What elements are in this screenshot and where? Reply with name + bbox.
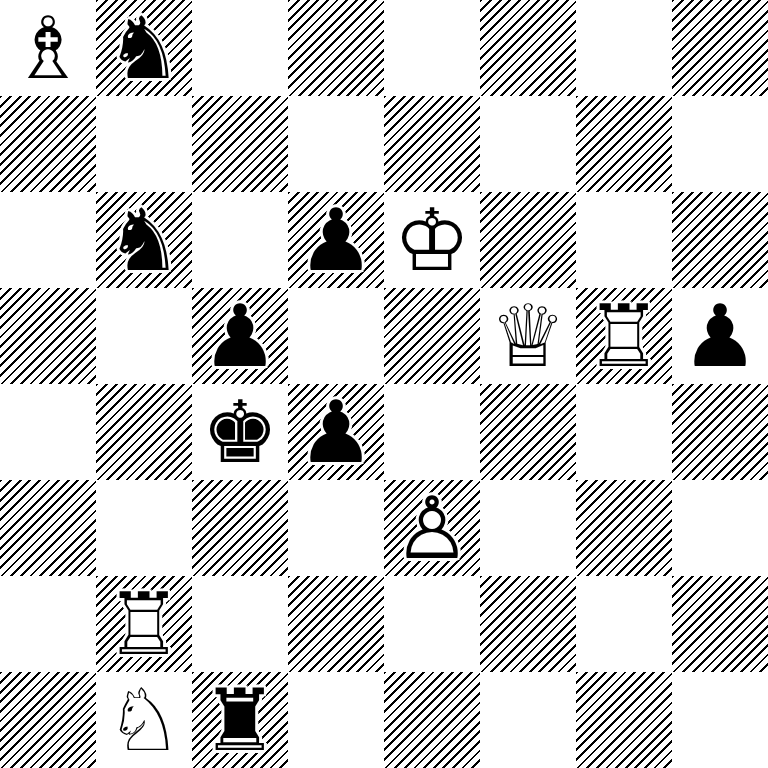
piece-black-king-c4: ♚♚ — [192, 384, 288, 480]
square-h5[interactable]: ♟♟ — [672, 288, 768, 384]
piece-black-knight-b6: ♞♞ — [96, 192, 192, 288]
square-g3[interactable] — [576, 480, 672, 576]
square-e3[interactable]: ♟♙ — [384, 480, 480, 576]
square-d2[interactable] — [288, 576, 384, 672]
piece-black-pawn-h5: ♟♟ — [672, 288, 768, 384]
square-e1[interactable] — [384, 672, 480, 768]
square-f1[interactable] — [480, 672, 576, 768]
square-a8[interactable]: ♝♗ — [0, 0, 96, 96]
square-b8[interactable]: ♞♞ — [96, 0, 192, 96]
square-c1[interactable]: ♜♜ — [192, 672, 288, 768]
square-h4[interactable] — [672, 384, 768, 480]
piece-black-rook-c1: ♜♜ — [192, 672, 288, 768]
square-f5[interactable]: ♛♕ — [480, 288, 576, 384]
square-d6[interactable]: ♟♟ — [288, 192, 384, 288]
square-b3[interactable] — [96, 480, 192, 576]
piece-white-pawn-e3: ♟♙ — [384, 480, 480, 576]
piece-glyph: ♖ — [576, 288, 672, 384]
square-h1[interactable] — [672, 672, 768, 768]
piece-white-bishop-a8: ♝♗ — [0, 0, 96, 96]
square-a1[interactable] — [0, 672, 96, 768]
square-h7[interactable] — [672, 96, 768, 192]
square-c4[interactable]: ♚♚ — [192, 384, 288, 480]
square-f8[interactable] — [480, 0, 576, 96]
square-f4[interactable] — [480, 384, 576, 480]
piece-glyph: ♔ — [384, 192, 480, 288]
piece-white-rook-g5: ♜♖ — [576, 288, 672, 384]
square-a3[interactable] — [0, 480, 96, 576]
square-a5[interactable] — [0, 288, 96, 384]
piece-black-pawn-d4: ♟♟ — [288, 384, 384, 480]
piece-white-queen-f5: ♛♕ — [480, 288, 576, 384]
square-g7[interactable] — [576, 96, 672, 192]
piece-glyph: ♞ — [96, 192, 192, 288]
square-d4[interactable]: ♟♟ — [288, 384, 384, 480]
square-e8[interactable] — [384, 0, 480, 96]
square-h2[interactable] — [672, 576, 768, 672]
square-b2[interactable]: ♜♖ — [96, 576, 192, 672]
square-e2[interactable] — [384, 576, 480, 672]
piece-glyph: ♙ — [384, 480, 480, 576]
square-b6[interactable]: ♞♞ — [96, 192, 192, 288]
square-b5[interactable] — [96, 288, 192, 384]
square-d7[interactable] — [288, 96, 384, 192]
square-e5[interactable] — [384, 288, 480, 384]
square-a7[interactable] — [0, 96, 96, 192]
square-e7[interactable] — [384, 96, 480, 192]
piece-glyph: ♟ — [288, 384, 384, 480]
square-c2[interactable] — [192, 576, 288, 672]
square-h8[interactable] — [672, 0, 768, 96]
piece-glyph: ♟ — [192, 288, 288, 384]
square-d1[interactable] — [288, 672, 384, 768]
square-h6[interactable] — [672, 192, 768, 288]
piece-white-king-e6: ♚♔ — [384, 192, 480, 288]
square-d3[interactable] — [288, 480, 384, 576]
square-a4[interactable] — [0, 384, 96, 480]
square-d8[interactable] — [288, 0, 384, 96]
piece-glyph: ♚ — [192, 384, 288, 480]
square-c7[interactable] — [192, 96, 288, 192]
square-g4[interactable] — [576, 384, 672, 480]
square-g1[interactable] — [576, 672, 672, 768]
piece-glyph: ♞ — [96, 0, 192, 96]
square-a6[interactable] — [0, 192, 96, 288]
square-g5[interactable]: ♜♖ — [576, 288, 672, 384]
square-a2[interactable] — [0, 576, 96, 672]
piece-black-pawn-d6: ♟♟ — [288, 192, 384, 288]
square-e6[interactable]: ♚♔ — [384, 192, 480, 288]
piece-glyph: ♗ — [0, 0, 96, 96]
piece-black-pawn-c5: ♟♟ — [192, 288, 288, 384]
square-b7[interactable] — [96, 96, 192, 192]
piece-glyph: ♟ — [288, 192, 384, 288]
piece-white-rook-b2: ♜♖ — [96, 576, 192, 672]
square-f3[interactable] — [480, 480, 576, 576]
square-c6[interactable] — [192, 192, 288, 288]
piece-glyph: ♖ — [96, 576, 192, 672]
square-c3[interactable] — [192, 480, 288, 576]
square-f6[interactable] — [480, 192, 576, 288]
piece-glyph: ♘ — [96, 672, 192, 768]
square-h3[interactable] — [672, 480, 768, 576]
square-d5[interactable] — [288, 288, 384, 384]
square-b1[interactable]: ♞♘ — [96, 672, 192, 768]
square-f2[interactable] — [480, 576, 576, 672]
piece-glyph: ♕ — [480, 288, 576, 384]
piece-glyph: ♜ — [192, 672, 288, 768]
piece-black-knight-b8: ♞♞ — [96, 0, 192, 96]
square-c8[interactable] — [192, 0, 288, 96]
square-g6[interactable] — [576, 192, 672, 288]
chess-board: ♝♗♞♞♞♞♟♟♚♔♟♟♛♕♜♖♟♟♚♚♟♟♟♙♜♖♞♘♜♜ — [0, 0, 768, 768]
square-c5[interactable]: ♟♟ — [192, 288, 288, 384]
square-g8[interactable] — [576, 0, 672, 96]
square-e4[interactable] — [384, 384, 480, 480]
square-g2[interactable] — [576, 576, 672, 672]
square-f7[interactable] — [480, 96, 576, 192]
piece-white-knight-b1: ♞♘ — [96, 672, 192, 768]
piece-glyph: ♟ — [672, 288, 768, 384]
square-b4[interactable] — [96, 384, 192, 480]
